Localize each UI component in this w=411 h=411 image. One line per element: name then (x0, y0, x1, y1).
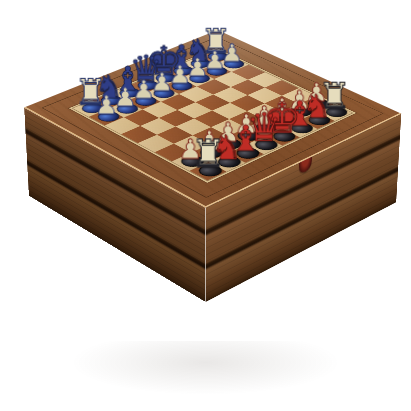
product-photo-pirates-chess-set: ♜♞♝♛♚♝♞♜♟♟♟♟♟♟♟♟♟♟♟♟♟♟♟♟♜♞♝♛♚♝♞♜ (0, 0, 411, 411)
red-ship-rook-glyph: ♜ (191, 136, 225, 172)
chess-box: ♜♞♝♛♚♝♞♜♟♟♟♟♟♟♟♟♟♟♟♟♟♟♟♟♜♞♝♛♚♝♞♜ (28, 113, 396, 302)
navy-pawn-glyph: ♟ (94, 94, 117, 119)
ground-shadow (70, 341, 341, 394)
